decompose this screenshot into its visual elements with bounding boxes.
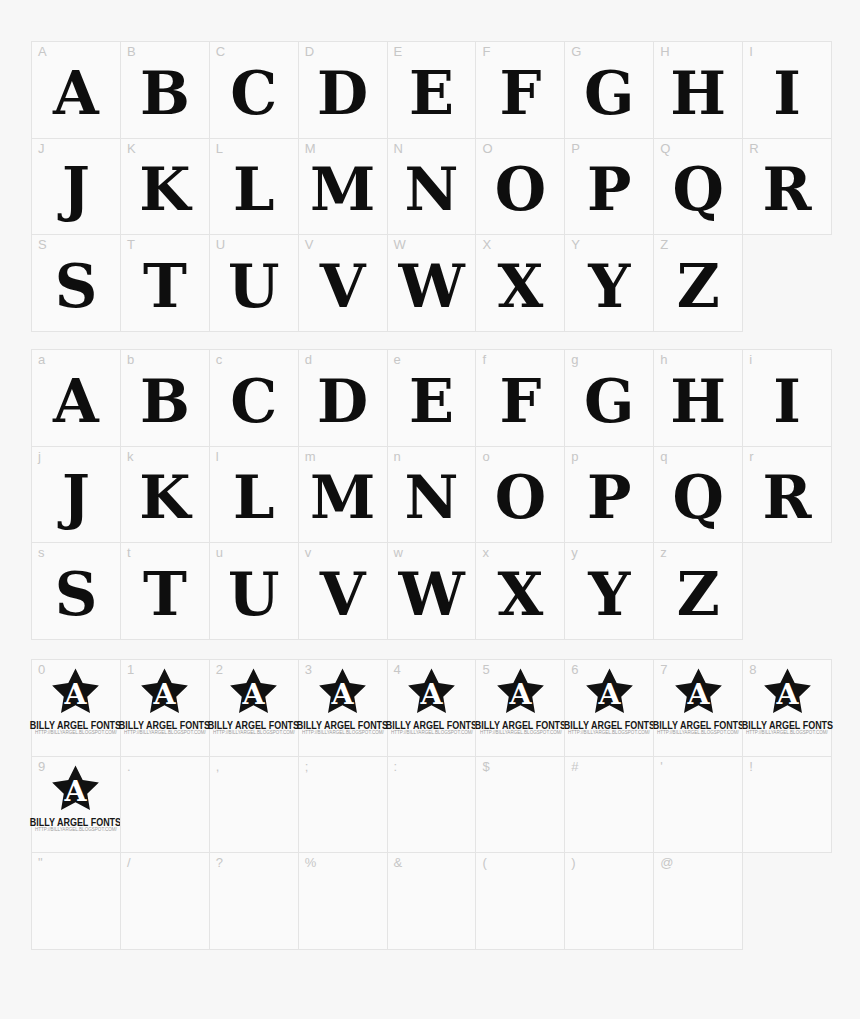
- billy-argel-logo-8: ABILLY ARGEL FONTSHTTP://BILLYARGEL.BLOG…: [743, 660, 831, 756]
- billy-argel-url: HTTP://BILLYARGEL.BLOGSPOT.COM/: [124, 731, 206, 734]
- char-cell-N: NN: [387, 138, 477, 236]
- char-cell-0: 0ABILLY ARGEL FONTSHTTP://BILLYARGEL.BLO…: [31, 659, 121, 757]
- glyph-G: G: [565, 42, 653, 138]
- char-cell-paren-open: (: [475, 852, 565, 950]
- char-cell-L: LL: [209, 138, 299, 236]
- billy-argel-fonts-wordmark: BILLY ARGEL FONTS: [297, 719, 388, 731]
- cell-label-semicolon: ;: [305, 760, 309, 774]
- char-cell-percent: %: [298, 852, 388, 950]
- billy-argel-url: HTTP://BILLYARGEL.BLOGSPOT.COM/: [213, 731, 295, 734]
- glyph-W: W: [388, 235, 476, 331]
- billy-argel-logo-5: ABILLY ARGEL FONTSHTTP://BILLYARGEL.BLOG…: [476, 660, 564, 756]
- cell-label-colon: :: [394, 760, 398, 774]
- char-cell-p: pP: [564, 446, 654, 544]
- glyph-q: Q: [654, 447, 742, 543]
- char-cell-4: 4ABILLY ARGEL FONTSHTTP://BILLYARGEL.BLO…: [387, 659, 477, 757]
- billy-argel-url: HTTP://BILLYARGEL.BLOGSPOT.COM/: [568, 731, 650, 734]
- char-cell-C: CC: [209, 41, 299, 139]
- char-cell-O: OO: [475, 138, 565, 236]
- glyph-T: T: [121, 235, 209, 331]
- char-cell-k: kK: [120, 446, 210, 544]
- char-cell-l: lL: [209, 446, 299, 544]
- char-cell-z: zZ: [653, 542, 743, 640]
- svg-text:A: A: [242, 677, 266, 711]
- char-cell-6: 6ABILLY ARGEL FONTSHTTP://BILLYARGEL.BLO…: [564, 659, 654, 757]
- glyph-b: B: [121, 350, 209, 446]
- char-cell-hash: #: [564, 756, 654, 854]
- char-cell-colon: :: [387, 756, 477, 854]
- billy-argel-star-icon: A: [138, 668, 191, 718]
- svg-text:A: A: [775, 677, 799, 711]
- billy-argel-logo-2: ABILLY ARGEL FONTSHTTP://BILLYARGEL.BLOG…: [210, 660, 298, 756]
- svg-text:A: A: [419, 677, 443, 711]
- billy-argel-url: HTTP://BILLYARGEL.BLOGSPOT.COM/: [302, 731, 384, 734]
- billy-argel-url: HTTP://BILLYARGEL.BLOGSPOT.COM/: [391, 731, 473, 734]
- cell-label-paren-close: ): [571, 856, 575, 870]
- billy-argel-fonts-wordmark: BILLY ARGEL FONTS: [475, 719, 566, 731]
- char-cell-e: eE: [387, 349, 477, 447]
- char-cell-I: II: [742, 41, 832, 139]
- char-cell-E: EE: [387, 41, 477, 139]
- char-cell-o: oO: [475, 446, 565, 544]
- cell-label-percent: %: [305, 856, 317, 870]
- billy-argel-fonts-wordmark: BILLY ARGEL FONTS: [653, 719, 744, 731]
- char-cell-5: 5ABILLY ARGEL FONTSHTTP://BILLYARGEL.BLO…: [475, 659, 565, 757]
- glyph-L: L: [210, 139, 298, 235]
- char-cell-q: qQ: [653, 446, 743, 544]
- billy-argel-star-icon: A: [316, 668, 369, 718]
- char-cell-R: RR: [742, 138, 832, 236]
- glyph-H: H: [654, 42, 742, 138]
- glyph-o: O: [476, 447, 564, 543]
- char-cell-h: hH: [653, 349, 743, 447]
- char-cell-V: VV: [298, 234, 388, 332]
- char-cell-c: cC: [209, 349, 299, 447]
- billy-argel-fonts-wordmark: BILLY ARGEL FONTS: [119, 719, 210, 731]
- char-cell-dollar: $: [475, 756, 565, 854]
- glyph-S: S: [32, 235, 120, 331]
- glyph-C: C: [210, 42, 298, 138]
- char-cell-at: @: [653, 852, 743, 950]
- char-cell-Y: YY: [564, 234, 654, 332]
- billy-argel-star-icon: A: [672, 668, 725, 718]
- glyph-a: A: [32, 350, 120, 446]
- svg-text:A: A: [64, 774, 88, 808]
- glyph-Y: Y: [565, 235, 653, 331]
- char-cell-m: mM: [298, 446, 388, 544]
- char-cell-9: 9ABILLY ARGEL FONTSHTTP://BILLYARGEL.BLO…: [31, 756, 121, 854]
- char-cell-S: SS: [31, 234, 121, 332]
- char-cell-semicolon: ;: [298, 756, 388, 854]
- billy-argel-logo-9: ABILLY ARGEL FONTSHTTP://BILLYARGEL.BLOG…: [32, 757, 120, 853]
- billy-argel-logo-0: ABILLY ARGEL FONTSHTTP://BILLYARGEL.BLOG…: [32, 660, 120, 756]
- char-cell-D: DD: [298, 41, 388, 139]
- glyph-t: T: [121, 543, 209, 639]
- char-cell-7: 7ABILLY ARGEL FONTSHTTP://BILLYARGEL.BLO…: [653, 659, 743, 757]
- char-cell-T: TT: [120, 234, 210, 332]
- glyph-R: R: [743, 139, 831, 235]
- billy-argel-logo-4: ABILLY ARGEL FONTSHTTP://BILLYARGEL.BLOG…: [388, 660, 476, 756]
- char-cell-w: wW: [387, 542, 477, 640]
- char-cell-W: WW: [387, 234, 477, 332]
- billy-argel-star-icon: A: [49, 668, 102, 718]
- char-cell-period: .: [120, 756, 210, 854]
- glyph-O: O: [476, 139, 564, 235]
- char-cell-t: tT: [120, 542, 210, 640]
- billy-argel-url: HTTP://BILLYARGEL.BLOGSPOT.COM/: [35, 731, 117, 734]
- char-row: JJKKLLMMNNOOPPQQRR: [31, 139, 832, 236]
- billy-argel-star-icon: A: [49, 765, 102, 815]
- billy-argel-logo-6: ABILLY ARGEL FONTSHTTP://BILLYARGEL.BLOG…: [565, 660, 653, 756]
- char-cell-d: dD: [298, 349, 388, 447]
- char-cell-f: fF: [475, 349, 565, 447]
- svg-text:A: A: [597, 677, 621, 711]
- char-cell-exclamation: !: [742, 756, 832, 854]
- char-cell-F: FF: [475, 41, 565, 139]
- glyph-l: L: [210, 447, 298, 543]
- glyph-x: X: [476, 543, 564, 639]
- glyph-i: I: [743, 350, 831, 446]
- cell-label-slash: /: [127, 856, 131, 870]
- char-cell-a: aA: [31, 349, 121, 447]
- cell-label-exclamation: !: [749, 760, 753, 774]
- char-row: 9ABILLY ARGEL FONTSHTTP://BILLYARGEL.BLO…: [31, 757, 832, 854]
- char-row: jJkKlLmMnNoOpPqQrR: [31, 447, 832, 544]
- char-cell-b: bB: [120, 349, 210, 447]
- char-cell-quote: ": [31, 852, 121, 950]
- char-cell-j: jJ: [31, 446, 121, 544]
- char-row: sStTuUvVwWxXyYzZ: [31, 543, 832, 640]
- glyph-v: V: [299, 543, 387, 639]
- billy-argel-logo-3: ABILLY ARGEL FONTSHTTP://BILLYARGEL.BLOG…: [299, 660, 387, 756]
- char-cell-s: sS: [31, 542, 121, 640]
- char-cell-ampersand: &: [387, 852, 477, 950]
- char-cell-n: nN: [387, 446, 477, 544]
- glyph-A: A: [32, 42, 120, 138]
- char-cell-A: AA: [31, 41, 121, 139]
- billy-argel-logo-1: ABILLY ARGEL FONTSHTTP://BILLYARGEL.BLOG…: [121, 660, 209, 756]
- billy-argel-star-icon: A: [227, 668, 280, 718]
- char-cell-2: 2ABILLY ARGEL FONTSHTTP://BILLYARGEL.BLO…: [209, 659, 299, 757]
- glyph-K: K: [121, 139, 209, 235]
- glyph-n: N: [388, 447, 476, 543]
- billy-argel-fonts-wordmark: BILLY ARGEL FONTS: [30, 816, 121, 828]
- char-cell-apostrophe: ': [653, 756, 743, 854]
- billy-argel-url: HTTP://BILLYARGEL.BLOGSPOT.COM/: [479, 731, 561, 734]
- glyph-P: P: [565, 139, 653, 235]
- glyph-V: V: [299, 235, 387, 331]
- glyph-y: Y: [565, 543, 653, 639]
- billy-argel-url: HTTP://BILLYARGEL.BLOGSPOT.COM/: [657, 731, 739, 734]
- glyph-Q: Q: [654, 139, 742, 235]
- glyph-U: U: [210, 235, 298, 331]
- svg-text:A: A: [153, 677, 177, 711]
- char-cell-H: HH: [653, 41, 743, 139]
- char-cell-v: vV: [298, 542, 388, 640]
- glyph-g: G: [565, 350, 653, 446]
- glyph-c: C: [210, 350, 298, 446]
- char-cell-U: UU: [209, 234, 299, 332]
- glyph-s: S: [32, 543, 120, 639]
- char-cell-y: yY: [564, 542, 654, 640]
- glyph-J: J: [32, 139, 120, 235]
- billy-argel-fonts-wordmark: BILLY ARGEL FONTS: [30, 719, 121, 731]
- billy-argel-star-icon: A: [494, 668, 547, 718]
- glyph-w: W: [388, 543, 476, 639]
- char-cell-comma: ,: [209, 756, 299, 854]
- char-cell-8: 8ABILLY ARGEL FONTSHTTP://BILLYARGEL.BLO…: [742, 659, 832, 757]
- char-cell-1: 1ABILLY ARGEL FONTSHTTP://BILLYARGEL.BLO…: [120, 659, 210, 757]
- svg-text:A: A: [331, 677, 355, 711]
- billy-argel-logo-7: ABILLY ARGEL FONTSHTTP://BILLYARGEL.BLOG…: [654, 660, 742, 756]
- glyph-r: R: [743, 447, 831, 543]
- billy-argel-url: HTTP://BILLYARGEL.BLOGSPOT.COM/: [746, 731, 828, 734]
- cell-label-question: ?: [216, 856, 223, 870]
- glyph-z: Z: [654, 543, 742, 639]
- char-cell-B: BB: [120, 41, 210, 139]
- char-cell-paren-close: ): [564, 852, 654, 950]
- char-cell-g: gG: [564, 349, 654, 447]
- glyph-j: J: [32, 447, 120, 543]
- billy-argel-fonts-wordmark: BILLY ARGEL FONTS: [564, 719, 655, 731]
- glyph-p: P: [565, 447, 653, 543]
- cell-label-apostrophe: ': [660, 760, 662, 774]
- billy-argel-fonts-wordmark: BILLY ARGEL FONTS: [386, 719, 477, 731]
- char-cell-question: ?: [209, 852, 299, 950]
- cell-label-comma: ,: [216, 760, 220, 774]
- glyph-I: I: [743, 42, 831, 138]
- glyph-e: E: [388, 350, 476, 446]
- glyph-D: D: [299, 42, 387, 138]
- char-row: aAbBcCdDeEfFgGhHiI: [31, 349, 832, 447]
- char-cell-3: 3ABILLY ARGEL FONTSHTTP://BILLYARGEL.BLO…: [298, 659, 388, 757]
- glyph-d: D: [299, 350, 387, 446]
- billy-argel-star-icon: A: [583, 668, 636, 718]
- glyph-h: H: [654, 350, 742, 446]
- glyph-M: M: [299, 139, 387, 235]
- char-cell-G: GG: [564, 41, 654, 139]
- symbols-section: 0ABILLY ARGEL FONTSHTTP://BILLYARGEL.BLO…: [31, 659, 832, 950]
- glyph-N: N: [388, 139, 476, 235]
- cell-label-at: @: [660, 856, 673, 870]
- svg-text:A: A: [686, 677, 710, 711]
- cell-label-ampersand: &: [394, 856, 403, 870]
- char-cell-Z: ZZ: [653, 234, 743, 332]
- glyph-B: B: [121, 42, 209, 138]
- billy-argel-star-icon: A: [761, 668, 814, 718]
- char-cell-x: xX: [475, 542, 565, 640]
- char-row: AABBCCDDEEFFGGHHII: [31, 41, 832, 139]
- char-cell-K: KK: [120, 138, 210, 236]
- billy-argel-fonts-wordmark: BILLY ARGEL FONTS: [208, 719, 299, 731]
- char-row: SSTTUUVVWWXXYYZZ: [31, 235, 832, 332]
- svg-text:A: A: [508, 677, 532, 711]
- cell-label-quote: ": [38, 856, 43, 870]
- cell-label-dollar: $: [482, 760, 489, 774]
- glyph-k: K: [121, 447, 209, 543]
- char-cell-i: iI: [742, 349, 832, 447]
- glyph-Z: Z: [654, 235, 742, 331]
- glyph-m: M: [299, 447, 387, 543]
- char-cell-J: JJ: [31, 138, 121, 236]
- billy-argel-star-icon: A: [405, 668, 458, 718]
- glyph-E: E: [388, 42, 476, 138]
- cell-label-paren-open: (: [482, 856, 486, 870]
- billy-argel-url: HTTP://BILLYARGEL.BLOGSPOT.COM/: [35, 828, 117, 831]
- glyph-F: F: [476, 42, 564, 138]
- billy-argel-fonts-wordmark: BILLY ARGEL FONTS: [741, 719, 832, 731]
- char-cell-r: rR: [742, 446, 832, 544]
- uppercase-section: AABBCCDDEEFFGGHHIIJJKKLLMMNNOOPPQQRRSSTT…: [31, 41, 832, 332]
- svg-text:A: A: [64, 677, 88, 711]
- char-row: 0ABILLY ARGEL FONTSHTTP://BILLYARGEL.BLO…: [31, 659, 832, 757]
- char-cell-Q: QQ: [653, 138, 743, 236]
- char-cell-M: MM: [298, 138, 388, 236]
- char-cell-P: PP: [564, 138, 654, 236]
- char-cell-X: XX: [475, 234, 565, 332]
- cell-label-hash: #: [571, 760, 578, 774]
- glyph-f: F: [476, 350, 564, 446]
- char-cell-slash: /: [120, 852, 210, 950]
- lowercase-section: aAbBcCdDeEfFgGhHiIjJkKlLmMnNoOpPqQrRsStT…: [31, 349, 832, 640]
- glyph-u: U: [210, 543, 298, 639]
- glyph-X: X: [476, 235, 564, 331]
- cell-label-period: .: [127, 760, 131, 774]
- char-row: "/?%&()@: [31, 853, 832, 950]
- char-cell-u: uU: [209, 542, 299, 640]
